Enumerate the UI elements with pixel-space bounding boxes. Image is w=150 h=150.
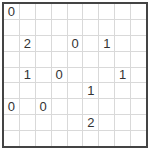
cell-r8c4[interactable]	[68, 131, 83, 146]
cell-r4c6[interactable]	[99, 68, 114, 83]
cell-r0c1[interactable]	[20, 4, 35, 19]
cell-r4c0[interactable]	[4, 68, 19, 83]
cell-r8c6[interactable]	[99, 131, 114, 146]
cell-r3c4[interactable]	[68, 52, 83, 67]
cell-r3c3[interactable]	[52, 52, 67, 67]
cell-r2c7[interactable]	[115, 36, 130, 51]
cell-r1c0[interactable]	[4, 20, 19, 35]
cell-r0c5[interactable]	[83, 4, 98, 19]
cell-r7c8[interactable]	[131, 115, 146, 130]
cell-r7c4[interactable]	[68, 115, 83, 130]
cell-r1c5[interactable]	[83, 20, 98, 35]
cell-r6c7[interactable]	[115, 99, 130, 114]
cell-r1c3[interactable]	[52, 20, 67, 35]
cell-r8c5[interactable]	[83, 131, 98, 146]
cell-r4c4[interactable]	[68, 68, 83, 83]
cell-r1c4[interactable]	[68, 20, 83, 35]
cell-r4c3-clue[interactable]: 0	[52, 68, 67, 83]
cell-r1c2[interactable]	[36, 20, 51, 35]
cell-r6c3[interactable]	[52, 99, 67, 114]
cell-r7c2[interactable]	[36, 115, 51, 130]
cell-r2c0[interactable]	[4, 36, 19, 51]
cell-r7c6[interactable]	[99, 115, 114, 130]
cell-r6c8[interactable]	[131, 99, 146, 114]
cell-r5c6[interactable]	[99, 83, 114, 98]
cell-r2c5[interactable]	[83, 36, 98, 51]
cell-r3c2[interactable]	[36, 52, 51, 67]
cell-r3c6[interactable]	[99, 52, 114, 67]
cell-r2c4-clue[interactable]: 0	[68, 36, 83, 51]
cell-r0c4[interactable]	[68, 4, 83, 19]
cell-r3c5[interactable]	[83, 52, 98, 67]
cell-r1c1[interactable]	[20, 20, 35, 35]
cell-r7c0[interactable]	[4, 115, 19, 130]
cell-r6c6[interactable]	[99, 99, 114, 114]
cell-r1c6[interactable]	[99, 20, 114, 35]
cell-r3c1[interactable]	[20, 52, 35, 67]
cell-r6c5[interactable]	[83, 99, 98, 114]
cell-r5c3[interactable]	[52, 83, 67, 98]
cell-r2c1-clue[interactable]: 2	[20, 36, 35, 51]
cell-r7c7[interactable]	[115, 115, 130, 130]
cell-r8c2[interactable]	[36, 131, 51, 146]
cell-r3c0[interactable]	[4, 52, 19, 67]
cell-r0c0-clue[interactable]: 0	[4, 4, 19, 19]
cell-r4c7-clue[interactable]: 1	[115, 68, 130, 83]
cell-r5c2[interactable]	[36, 83, 51, 98]
cell-r6c4[interactable]	[68, 99, 83, 114]
cell-r0c2[interactable]	[36, 4, 51, 19]
cell-r0c3[interactable]	[52, 4, 67, 19]
cell-r8c8[interactable]	[131, 131, 146, 146]
cell-r6c1[interactable]	[20, 99, 35, 114]
cell-r0c6[interactable]	[99, 4, 114, 19]
cell-r5c7[interactable]	[115, 83, 130, 98]
cell-r4c8[interactable]	[131, 68, 146, 83]
puzzle-board: 02011011002	[2, 2, 148, 148]
cell-r0c8[interactable]	[131, 4, 146, 19]
cell-r7c3[interactable]	[52, 115, 67, 130]
cell-r1c8[interactable]	[131, 20, 146, 35]
cell-r3c8[interactable]	[131, 52, 146, 67]
cell-r2c8[interactable]	[131, 36, 146, 51]
cell-r4c1-clue[interactable]: 1	[20, 68, 35, 83]
cell-r8c1[interactable]	[20, 131, 35, 146]
cell-r8c0[interactable]	[4, 131, 19, 146]
cell-r0c7[interactable]	[115, 4, 130, 19]
cell-r5c1[interactable]	[20, 83, 35, 98]
cell-r6c2-clue[interactable]: 0	[36, 99, 51, 114]
cell-r4c2[interactable]	[36, 68, 51, 83]
cell-r6c0-clue[interactable]: 0	[4, 99, 19, 114]
cell-r7c5-clue[interactable]: 2	[83, 115, 98, 130]
cell-r5c5-clue[interactable]: 1	[83, 83, 98, 98]
cell-r1c7[interactable]	[115, 20, 130, 35]
cell-r5c8[interactable]	[131, 83, 146, 98]
cell-r7c1[interactable]	[20, 115, 35, 130]
cell-r8c3[interactable]	[52, 131, 67, 146]
cell-r2c3[interactable]	[52, 36, 67, 51]
cell-r8c7[interactable]	[115, 131, 130, 146]
cell-r3c7[interactable]	[115, 52, 130, 67]
cell-r4c5[interactable]	[83, 68, 98, 83]
cell-r5c0[interactable]	[4, 83, 19, 98]
cell-r2c2[interactable]	[36, 36, 51, 51]
cell-r5c4[interactable]	[68, 83, 83, 98]
cell-r2c6-clue[interactable]: 1	[99, 36, 114, 51]
